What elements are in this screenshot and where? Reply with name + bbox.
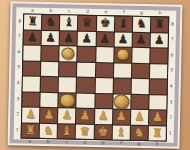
- piece-black-rook-h8[interactable]: ♜: [154, 18, 165, 30]
- rank-label-8: 8: [18, 19, 21, 24]
- rank-label-6: 6: [170, 53, 173, 58]
- piece-black-pawn-d7[interactable]: ♟: [81, 32, 92, 44]
- piece-black-queen-d8[interactable]: ♛: [82, 16, 93, 28]
- square-g7[interactable]: ♟: [132, 32, 149, 47]
- file-label-b: b: [49, 9, 52, 14]
- piece-white-bishop-c1[interactable]: ♝: [61, 125, 72, 137]
- piece-white-pawn-c2[interactable]: ♟: [61, 109, 72, 121]
- rank-labels-right: 87654321: [167, 17, 177, 142]
- square-g4[interactable]: [131, 79, 148, 94]
- file-label-h: h: [156, 142, 159, 147]
- square-e3[interactable]: [95, 94, 112, 109]
- rank-label-3: 3: [16, 97, 19, 102]
- square-e6[interactable]: [96, 47, 113, 62]
- piece-black-knight-g8[interactable]: ♞: [136, 18, 147, 30]
- piece-black-pawn-g7[interactable]: ♟: [136, 33, 147, 45]
- square-c5[interactable]: [59, 62, 76, 77]
- piece-white-bishop-f1[interactable]: ♝: [115, 126, 126, 138]
- square-h8[interactable]: ♜: [151, 17, 168, 32]
- piece-black-king-e8[interactable]: ♚: [100, 17, 111, 29]
- piece-black-pawn-h7[interactable]: ♟: [154, 33, 165, 45]
- piece-white-knight-g1[interactable]: ♞: [134, 126, 145, 138]
- square-f1[interactable]: ♝: [112, 125, 129, 140]
- piece-white-knight-b1[interactable]: ♞: [43, 124, 54, 136]
- table-surface: abcdefgh 87654321 ♜♞♝♛♚♝♞♜♟♟♟♟♟♟♟♟♟♟♟♟♟♟…: [0, 0, 190, 150]
- file-label-g: g: [137, 142, 140, 147]
- file-label-g: g: [140, 11, 143, 16]
- square-g2[interactable]: ♟: [131, 110, 148, 125]
- square-d8[interactable]: ♛: [78, 16, 95, 31]
- file-label-f: f: [120, 141, 122, 146]
- square-b6[interactable]: [41, 46, 58, 61]
- piece-black-pawn-f7[interactable]: ♟: [117, 33, 128, 45]
- piece-black-bishop-f8[interactable]: ♝: [118, 17, 129, 29]
- square-c7[interactable]: ♟: [60, 31, 77, 46]
- square-d3[interactable]: [77, 93, 94, 108]
- square-f2[interactable]: ♟: [113, 109, 130, 124]
- piece-black-pawn-a7[interactable]: ♟: [27, 31, 38, 43]
- square-a6[interactable]: [23, 45, 40, 60]
- piece-white-pawn-a2[interactable]: ♟: [25, 108, 36, 120]
- file-label-e: e: [104, 10, 107, 15]
- square-f6[interactable]: [114, 47, 131, 62]
- square-a7[interactable]: ♟: [24, 30, 41, 45]
- piece-black-pawn-e7[interactable]: ♟: [99, 32, 110, 44]
- square-b5[interactable]: [41, 61, 58, 76]
- piece-white-rook-h1[interactable]: ♜: [152, 126, 163, 138]
- square-h5[interactable]: [150, 64, 167, 79]
- chess-board: abcdefgh 87654321 ♜♞♝♛♚♝♞♜♟♟♟♟♟♟♟♟♟♟♟♟♟♟…: [8, 1, 183, 149]
- file-label-b: b: [47, 140, 50, 145]
- square-g5[interactable]: [132, 63, 149, 78]
- square-g6[interactable]: [132, 48, 149, 63]
- wooden-disc-c3[interactable]: [59, 93, 75, 108]
- piece-black-knight-b8[interactable]: ♞: [45, 16, 56, 28]
- piece-white-rook-a1[interactable]: ♜: [25, 124, 36, 136]
- square-c1[interactable]: ♝: [58, 124, 75, 139]
- piece-white-pawn-e2[interactable]: ♟: [98, 110, 109, 122]
- square-f4[interactable]: [113, 78, 130, 93]
- piece-white-queen-d1[interactable]: ♛: [79, 125, 90, 137]
- piece-white-pawn-h2[interactable]: ♟: [152, 111, 163, 123]
- square-a8[interactable]: ♜: [24, 15, 41, 30]
- square-c4[interactable]: [59, 77, 76, 92]
- square-e8[interactable]: ♚: [96, 16, 113, 31]
- file-label-a: a: [28, 139, 31, 144]
- square-h3[interactable]: [149, 95, 166, 110]
- rank-label-7: 7: [171, 38, 174, 43]
- piece-white-pawn-g2[interactable]: ♟: [134, 111, 145, 123]
- square-g1[interactable]: ♞: [130, 125, 147, 140]
- square-h2[interactable]: ♟: [149, 110, 166, 125]
- square-d6[interactable]: [78, 47, 95, 62]
- rank-label-8: 8: [171, 22, 174, 27]
- square-f5[interactable]: [114, 63, 131, 78]
- square-f7[interactable]: ♟: [114, 32, 131, 47]
- file-label-a: a: [31, 8, 34, 13]
- square-a4[interactable]: [23, 76, 40, 91]
- square-d4[interactable]: [77, 78, 94, 93]
- rank-label-3: 3: [169, 100, 172, 105]
- rank-label-4: 4: [170, 85, 173, 90]
- file-label-c: c: [68, 9, 71, 14]
- square-b2[interactable]: ♟: [40, 108, 57, 123]
- square-b1[interactable]: ♞: [40, 123, 57, 138]
- square-g8[interactable]: ♞: [133, 17, 150, 32]
- rank-label-7: 7: [18, 35, 21, 40]
- square-c3[interactable]: [59, 93, 76, 108]
- square-a2[interactable]: ♟: [22, 107, 39, 122]
- piece-white-pawn-f2[interactable]: ♟: [116, 110, 127, 122]
- rank-label-1: 1: [169, 131, 172, 136]
- piece-white-pawn-b2[interactable]: ♟: [43, 109, 54, 121]
- square-a5[interactable]: [23, 61, 40, 76]
- piece-white-king-e1[interactable]: ♚: [97, 125, 108, 137]
- square-h4[interactable]: [149, 79, 166, 94]
- wooden-disc-f3[interactable]: [113, 94, 129, 109]
- rank-label-4: 4: [17, 81, 20, 86]
- file-label-d: d: [83, 141, 86, 146]
- square-d1[interactable]: ♛: [76, 124, 93, 139]
- rank-label-2: 2: [169, 116, 172, 121]
- square-c6[interactable]: [60, 46, 77, 61]
- square-h7[interactable]: ♟: [150, 33, 167, 48]
- square-b7[interactable]: ♟: [42, 30, 59, 45]
- wooden-disc-f6[interactable]: [116, 49, 129, 61]
- square-f3[interactable]: [113, 94, 130, 109]
- square-d7[interactable]: ♟: [78, 31, 95, 46]
- file-label-e: e: [102, 141, 105, 146]
- wooden-disc-c6[interactable]: [62, 48, 75, 60]
- square-d2[interactable]: ♟: [76, 109, 93, 124]
- square-g3[interactable]: [131, 94, 148, 109]
- piece-black-rook-a8[interactable]: ♜: [27, 15, 38, 27]
- rank-label-6: 6: [17, 50, 20, 55]
- square-a1[interactable]: ♜: [22, 123, 39, 138]
- square-e1[interactable]: ♚: [94, 124, 111, 139]
- square-b8[interactable]: ♞: [42, 15, 59, 30]
- square-c2[interactable]: ♟: [58, 108, 75, 123]
- square-c8[interactable]: ♝: [60, 15, 77, 30]
- square-h6[interactable]: [150, 48, 167, 63]
- square-e4[interactable]: [95, 78, 112, 93]
- square-a3[interactable]: [22, 92, 39, 107]
- board-frame-band: abcdefgh 87654321 ♜♞♝♛♚♝♞♜♟♟♟♟♟♟♟♟♟♟♟♟♟♟…: [10, 3, 181, 146]
- square-b3[interactable]: [40, 92, 57, 107]
- piece-black-bishop-c8[interactable]: ♝: [63, 16, 74, 28]
- square-f8[interactable]: ♝: [115, 16, 132, 31]
- frame-corner: [166, 142, 173, 148]
- file-label-f: f: [123, 10, 125, 15]
- piece-black-pawn-c7[interactable]: ♟: [63, 32, 74, 44]
- rank-label-5: 5: [170, 69, 173, 74]
- board-grid: ♜♞♝♛♚♝♞♜♟♟♟♟♟♟♟♟♟♟♟♟♟♟♟♟♜♞♝♛♚♝♞♜: [21, 13, 170, 141]
- piece-white-pawn-d2[interactable]: ♟: [80, 109, 91, 121]
- rank-label-5: 5: [17, 66, 20, 71]
- playing-area: abcdefgh 87654321 ♜♞♝♛♚♝♞♜♟♟♟♟♟♟♟♟♟♟♟♟♟♟…: [14, 7, 177, 142]
- square-e5[interactable]: [95, 63, 112, 78]
- file-label-h: h: [159, 11, 162, 16]
- rank-label-1: 1: [16, 128, 19, 133]
- square-d5[interactable]: [77, 62, 94, 77]
- square-b4[interactable]: [41, 77, 58, 92]
- square-h1[interactable]: ♜: [149, 126, 166, 141]
- file-label-d: d: [86, 10, 89, 15]
- square-e2[interactable]: ♟: [94, 109, 111, 124]
- square-e7[interactable]: ♟: [96, 32, 113, 47]
- rank-label-2: 2: [16, 113, 19, 118]
- piece-black-pawn-b7[interactable]: ♟: [45, 31, 56, 43]
- file-label-c: c: [65, 140, 68, 145]
